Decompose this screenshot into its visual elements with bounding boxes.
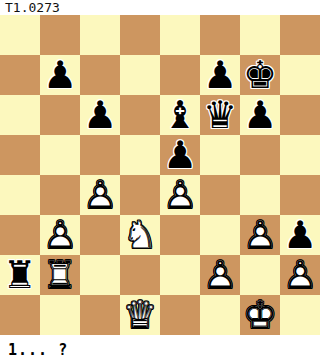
white-king-outline: ♔: [240, 295, 280, 335]
square-e6[interactable]: ♝: [160, 95, 200, 135]
square-e4[interactable]: ♟♙: [160, 175, 200, 215]
black-pawn[interactable]: ♟: [160, 135, 200, 175]
white-pawn-outline: ♙: [240, 215, 280, 255]
square-d2[interactable]: [120, 255, 160, 295]
square-e1[interactable]: [160, 295, 200, 335]
square-e8[interactable]: [160, 15, 200, 55]
square-d7[interactable]: [120, 55, 160, 95]
square-h2[interactable]: ♟♙: [280, 255, 320, 295]
black-queen[interactable]: ♛: [200, 95, 240, 135]
black-pawn-glyph: ♟: [240, 95, 280, 135]
black-king-glyph: ♚: [240, 55, 280, 95]
square-g8[interactable]: [240, 15, 280, 55]
square-f3[interactable]: [200, 215, 240, 255]
square-d1[interactable]: ♛♕: [120, 295, 160, 335]
square-f5[interactable]: [200, 135, 240, 175]
square-d5[interactable]: [120, 135, 160, 175]
black-pawn[interactable]: ♟: [240, 95, 280, 135]
black-pawn-glyph: ♟: [280, 215, 320, 255]
square-b4[interactable]: [40, 175, 80, 215]
white-pawn[interactable]: ♟♙: [80, 175, 120, 215]
white-pawn[interactable]: ♟♙: [240, 215, 280, 255]
square-d8[interactable]: [120, 15, 160, 55]
white-king-fill: ♚: [240, 295, 280, 335]
black-pawn[interactable]: ♟: [80, 95, 120, 135]
white-knight-fill: ♞: [120, 215, 160, 255]
square-f4[interactable]: [200, 175, 240, 215]
white-pawn-fill: ♟: [40, 215, 80, 255]
black-bishop-glyph: ♝: [160, 95, 200, 135]
square-a2[interactable]: ♜: [0, 255, 40, 295]
square-a6[interactable]: [0, 95, 40, 135]
black-pawn[interactable]: ♟: [280, 215, 320, 255]
black-bishop[interactable]: ♝: [160, 95, 200, 135]
square-h6[interactable]: [280, 95, 320, 135]
square-b1[interactable]: [40, 295, 80, 335]
square-d6[interactable]: [120, 95, 160, 135]
white-pawn-fill: ♟: [200, 255, 240, 295]
square-f1[interactable]: [200, 295, 240, 335]
white-pawn[interactable]: ♟♙: [200, 255, 240, 295]
square-d4[interactable]: [120, 175, 160, 215]
square-g3[interactable]: ♟♙: [240, 215, 280, 255]
square-e2[interactable]: [160, 255, 200, 295]
black-pawn[interactable]: ♟: [40, 55, 80, 95]
white-pawn[interactable]: ♟♙: [280, 255, 320, 295]
square-a3[interactable]: [0, 215, 40, 255]
square-h1[interactable]: [280, 295, 320, 335]
black-king[interactable]: ♚: [240, 55, 280, 95]
white-knight[interactable]: ♞♘: [120, 215, 160, 255]
square-f8[interactable]: [200, 15, 240, 55]
square-h5[interactable]: [280, 135, 320, 175]
square-f2[interactable]: ♟♙: [200, 255, 240, 295]
square-g2[interactable]: [240, 255, 280, 295]
white-queen-outline: ♕: [120, 295, 160, 335]
square-c7[interactable]: [80, 55, 120, 95]
white-knight-outline: ♘: [120, 215, 160, 255]
white-pawn[interactable]: ♟♙: [160, 175, 200, 215]
square-a4[interactable]: [0, 175, 40, 215]
square-c4[interactable]: ♟♙: [80, 175, 120, 215]
square-f7[interactable]: ♟: [200, 55, 240, 95]
white-queen-fill: ♛: [120, 295, 160, 335]
white-king[interactable]: ♚♔: [240, 295, 280, 335]
square-c8[interactable]: [80, 15, 120, 55]
white-pawn-fill: ♟: [280, 255, 320, 295]
puzzle-id: T1.0273: [0, 0, 320, 15]
square-h3[interactable]: ♟: [280, 215, 320, 255]
square-a1[interactable]: [0, 295, 40, 335]
square-b3[interactable]: ♟♙: [40, 215, 80, 255]
square-g6[interactable]: ♟: [240, 95, 280, 135]
square-b6[interactable]: [40, 95, 80, 135]
white-pawn-outline: ♙: [200, 255, 240, 295]
square-e5[interactable]: ♟: [160, 135, 200, 175]
square-b5[interactable]: [40, 135, 80, 175]
black-pawn[interactable]: ♟: [200, 55, 240, 95]
square-f6[interactable]: ♛: [200, 95, 240, 135]
white-rook[interactable]: ♜♖: [40, 255, 80, 295]
square-h8[interactable]: [280, 15, 320, 55]
square-b7[interactable]: ♟: [40, 55, 80, 95]
white-rook-outline: ♖: [40, 255, 80, 295]
white-pawn-outline: ♙: [160, 175, 200, 215]
square-g5[interactable]: [240, 135, 280, 175]
square-b8[interactable]: [40, 15, 80, 55]
white-pawn-fill: ♟: [160, 175, 200, 215]
white-pawn[interactable]: ♟♙: [40, 215, 80, 255]
square-c3[interactable]: [80, 215, 120, 255]
square-h7[interactable]: [280, 55, 320, 95]
square-g4[interactable]: [240, 175, 280, 215]
white-pawn-outline: ♙: [280, 255, 320, 295]
white-queen[interactable]: ♛♕: [120, 295, 160, 335]
white-rook-fill: ♜: [40, 255, 80, 295]
square-c5[interactable]: [80, 135, 120, 175]
black-pawn-glyph: ♟: [200, 55, 240, 95]
square-a8[interactable]: [0, 15, 40, 55]
white-pawn-outline: ♙: [80, 175, 120, 215]
square-c1[interactable]: [80, 295, 120, 335]
white-pawn-outline: ♙: [40, 215, 80, 255]
black-queen-glyph: ♛: [200, 95, 240, 135]
square-g7[interactable]: ♚: [240, 55, 280, 95]
white-pawn-fill: ♟: [240, 215, 280, 255]
white-pawn-fill: ♟: [80, 175, 120, 215]
black-rook[interactable]: ♜: [0, 255, 40, 295]
black-pawn-glyph: ♟: [40, 55, 80, 95]
chess-board: ♟♟♚♟♝♛♟♟♟♙♟♙♟♙♞♘♟♙♟♜♜♖♟♙♟♙♛♕♚♔: [0, 15, 320, 335]
square-h4[interactable]: [280, 175, 320, 215]
square-c2[interactable]: [80, 255, 120, 295]
square-a5[interactable]: [0, 135, 40, 175]
square-b2[interactable]: ♜♖: [40, 255, 80, 295]
black-pawn-glyph: ♟: [80, 95, 120, 135]
black-rook-glyph: ♜: [0, 255, 40, 295]
move-prompt: 1... ?: [0, 335, 320, 360]
square-e7[interactable]: [160, 55, 200, 95]
square-c6[interactable]: ♟: [80, 95, 120, 135]
square-d3[interactable]: ♞♘: [120, 215, 160, 255]
black-pawn-glyph: ♟: [160, 135, 200, 175]
square-a7[interactable]: [0, 55, 40, 95]
square-g1[interactable]: ♚♔: [240, 295, 280, 335]
square-e3[interactable]: [160, 215, 200, 255]
